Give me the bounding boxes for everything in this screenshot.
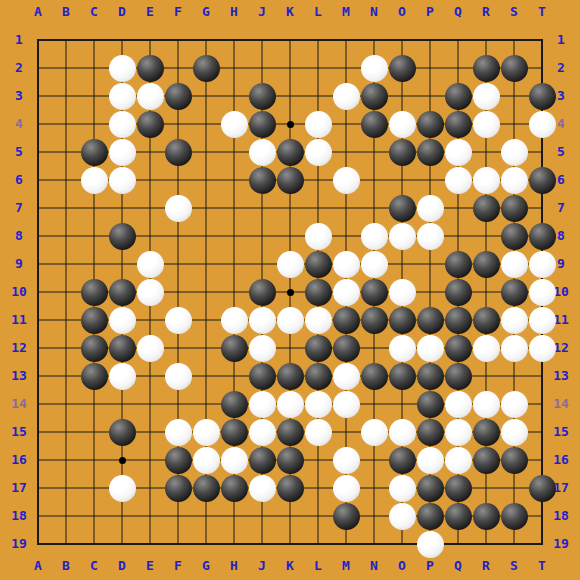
col-label-top-E: E bbox=[136, 2, 164, 22]
white-stone-L14 bbox=[305, 391, 332, 418]
white-stone-T9 bbox=[529, 251, 556, 278]
black-stone-S18 bbox=[501, 503, 528, 530]
white-stone-O12 bbox=[389, 335, 416, 362]
black-stone-P14 bbox=[417, 391, 444, 418]
white-stone-S12 bbox=[501, 335, 528, 362]
white-stone-J5 bbox=[249, 139, 276, 166]
white-stone-K14 bbox=[277, 391, 304, 418]
row-label-left-3: 3 bbox=[4, 86, 34, 106]
row-label-left-10: 10 bbox=[4, 282, 34, 302]
white-stone-D11 bbox=[109, 307, 136, 334]
white-stone-Q5 bbox=[445, 139, 472, 166]
white-stone-D17 bbox=[109, 475, 136, 502]
white-stone-S6 bbox=[501, 167, 528, 194]
row-label-left-8: 8 bbox=[4, 226, 34, 246]
black-stone-P5 bbox=[417, 139, 444, 166]
black-stone-N10 bbox=[361, 279, 388, 306]
col-label-bottom-T: T bbox=[528, 556, 556, 576]
col-label-bottom-M: M bbox=[332, 556, 360, 576]
white-stone-P19 bbox=[417, 531, 444, 558]
white-stone-N2 bbox=[361, 55, 388, 82]
row-label-left-14: 14 bbox=[4, 394, 34, 414]
row-label-right-1: 1 bbox=[546, 30, 576, 50]
black-stone-J13 bbox=[249, 363, 276, 390]
white-stone-R4 bbox=[473, 111, 500, 138]
star-point-K4 bbox=[287, 121, 294, 128]
col-label-top-B: B bbox=[52, 2, 80, 22]
row-label-left-13: 13 bbox=[4, 366, 34, 386]
row-label-left-18: 18 bbox=[4, 506, 34, 526]
col-label-bottom-G: G bbox=[192, 556, 220, 576]
black-stone-Q13 bbox=[445, 363, 472, 390]
black-stone-F3 bbox=[165, 83, 192, 110]
white-stone-L4 bbox=[305, 111, 332, 138]
black-stone-Q17 bbox=[445, 475, 472, 502]
white-stone-G16 bbox=[193, 447, 220, 474]
black-stone-F5 bbox=[165, 139, 192, 166]
white-stone-N9 bbox=[361, 251, 388, 278]
row-label-right-15: 15 bbox=[546, 422, 576, 442]
black-stone-K6 bbox=[277, 167, 304, 194]
black-stone-M12 bbox=[333, 335, 360, 362]
row-label-left-16: 16 bbox=[4, 450, 34, 470]
go-board[interactable]: AABBCCDDEEFFGGHHJJKKLLMMNNOOPPQQRRSSTT11… bbox=[0, 0, 580, 580]
white-stone-E9 bbox=[137, 251, 164, 278]
col-label-bottom-E: E bbox=[136, 556, 164, 576]
white-stone-Q15 bbox=[445, 419, 472, 446]
white-stone-T4 bbox=[529, 111, 556, 138]
black-stone-C12 bbox=[81, 335, 108, 362]
white-stone-N15 bbox=[361, 419, 388, 446]
col-label-bottom-F: F bbox=[164, 556, 192, 576]
white-stone-O17 bbox=[389, 475, 416, 502]
black-stone-J10 bbox=[249, 279, 276, 306]
white-stone-N8 bbox=[361, 223, 388, 250]
black-stone-S8 bbox=[501, 223, 528, 250]
black-stone-J4 bbox=[249, 111, 276, 138]
col-label-bottom-B: B bbox=[52, 556, 80, 576]
black-stone-E2 bbox=[137, 55, 164, 82]
black-stone-T6 bbox=[529, 167, 556, 194]
black-stone-T3 bbox=[529, 83, 556, 110]
black-stone-M18 bbox=[333, 503, 360, 530]
white-stone-G15 bbox=[193, 419, 220, 446]
black-stone-C10 bbox=[81, 279, 108, 306]
white-stone-P7 bbox=[417, 195, 444, 222]
black-stone-F16 bbox=[165, 447, 192, 474]
black-stone-M11 bbox=[333, 307, 360, 334]
row-label-left-5: 5 bbox=[4, 142, 34, 162]
row-label-left-9: 9 bbox=[4, 254, 34, 274]
col-label-top-L: L bbox=[304, 2, 332, 22]
white-stone-L5 bbox=[305, 139, 332, 166]
white-stone-M3 bbox=[333, 83, 360, 110]
white-stone-F11 bbox=[165, 307, 192, 334]
black-stone-R9 bbox=[473, 251, 500, 278]
col-label-top-R: R bbox=[472, 2, 500, 22]
white-stone-J15 bbox=[249, 419, 276, 446]
white-stone-P8 bbox=[417, 223, 444, 250]
black-stone-K13 bbox=[277, 363, 304, 390]
black-stone-G17 bbox=[193, 475, 220, 502]
white-stone-Q14 bbox=[445, 391, 472, 418]
black-stone-J6 bbox=[249, 167, 276, 194]
row-label-left-6: 6 bbox=[4, 170, 34, 190]
black-stone-O13 bbox=[389, 363, 416, 390]
white-stone-E10 bbox=[137, 279, 164, 306]
black-stone-D15 bbox=[109, 419, 136, 446]
row-label-left-2: 2 bbox=[4, 58, 34, 78]
white-stone-D5 bbox=[109, 139, 136, 166]
white-stone-H16 bbox=[221, 447, 248, 474]
black-stone-O7 bbox=[389, 195, 416, 222]
white-stone-O10 bbox=[389, 279, 416, 306]
star-point-K10 bbox=[287, 289, 294, 296]
white-stone-S11 bbox=[501, 307, 528, 334]
col-label-top-A: A bbox=[24, 2, 52, 22]
col-label-bottom-J: J bbox=[248, 556, 276, 576]
black-stone-L9 bbox=[305, 251, 332, 278]
black-stone-Q4 bbox=[445, 111, 472, 138]
black-stone-G2 bbox=[193, 55, 220, 82]
white-stone-L11 bbox=[305, 307, 332, 334]
col-label-bottom-C: C bbox=[80, 556, 108, 576]
black-stone-Q3 bbox=[445, 83, 472, 110]
black-stone-O11 bbox=[389, 307, 416, 334]
black-stone-P13 bbox=[417, 363, 444, 390]
col-label-bottom-N: N bbox=[360, 556, 388, 576]
black-stone-L10 bbox=[305, 279, 332, 306]
row-label-left-19: 19 bbox=[4, 534, 34, 554]
col-label-top-P: P bbox=[416, 2, 444, 22]
black-stone-D10 bbox=[109, 279, 136, 306]
black-stone-N3 bbox=[361, 83, 388, 110]
black-stone-P11 bbox=[417, 307, 444, 334]
black-stone-D12 bbox=[109, 335, 136, 362]
white-stone-D2 bbox=[109, 55, 136, 82]
white-stone-S14 bbox=[501, 391, 528, 418]
col-label-top-Q: Q bbox=[444, 2, 472, 22]
go-board-screenshot: AABBCCDDEEFFGGHHJJKKLLMMNNOOPPQQRRSSTT11… bbox=[0, 0, 580, 580]
black-stone-H17 bbox=[221, 475, 248, 502]
white-stone-F7 bbox=[165, 195, 192, 222]
white-stone-S5 bbox=[501, 139, 528, 166]
black-stone-E4 bbox=[137, 111, 164, 138]
black-stone-O5 bbox=[389, 139, 416, 166]
black-stone-K5 bbox=[277, 139, 304, 166]
white-stone-M10 bbox=[333, 279, 360, 306]
col-label-top-K: K bbox=[276, 2, 304, 22]
black-stone-N11 bbox=[361, 307, 388, 334]
col-label-top-O: O bbox=[388, 2, 416, 22]
col-label-bottom-P: P bbox=[416, 556, 444, 576]
black-stone-O16 bbox=[389, 447, 416, 474]
white-stone-E12 bbox=[137, 335, 164, 362]
black-stone-D8 bbox=[109, 223, 136, 250]
black-stone-R15 bbox=[473, 419, 500, 446]
black-stone-P18 bbox=[417, 503, 444, 530]
col-label-bottom-D: D bbox=[108, 556, 136, 576]
row-label-right-14: 14 bbox=[546, 394, 576, 414]
col-label-top-T: T bbox=[528, 2, 556, 22]
black-stone-J3 bbox=[249, 83, 276, 110]
white-stone-S15 bbox=[501, 419, 528, 446]
black-stone-K15 bbox=[277, 419, 304, 446]
white-stone-J17 bbox=[249, 475, 276, 502]
black-stone-R18 bbox=[473, 503, 500, 530]
black-stone-N4 bbox=[361, 111, 388, 138]
row-label-left-1: 1 bbox=[4, 30, 34, 50]
white-stone-M17 bbox=[333, 475, 360, 502]
black-stone-Q9 bbox=[445, 251, 472, 278]
white-stone-J11 bbox=[249, 307, 276, 334]
white-stone-O8 bbox=[389, 223, 416, 250]
col-label-top-M: M bbox=[332, 2, 360, 22]
row-label-left-12: 12 bbox=[4, 338, 34, 358]
black-stone-N13 bbox=[361, 363, 388, 390]
black-stone-S10 bbox=[501, 279, 528, 306]
col-label-top-S: S bbox=[500, 2, 528, 22]
col-label-bottom-K: K bbox=[276, 556, 304, 576]
white-stone-M16 bbox=[333, 447, 360, 474]
row-label-right-16: 16 bbox=[546, 450, 576, 470]
black-stone-R11 bbox=[473, 307, 500, 334]
black-stone-S7 bbox=[501, 195, 528, 222]
row-label-left-15: 15 bbox=[4, 422, 34, 442]
black-stone-O2 bbox=[389, 55, 416, 82]
black-stone-R16 bbox=[473, 447, 500, 474]
row-label-right-2: 2 bbox=[546, 58, 576, 78]
white-stone-J12 bbox=[249, 335, 276, 362]
white-stone-M14 bbox=[333, 391, 360, 418]
row-label-right-13: 13 bbox=[546, 366, 576, 386]
col-label-bottom-Q: Q bbox=[444, 556, 472, 576]
white-stone-P16 bbox=[417, 447, 444, 474]
black-stone-C11 bbox=[81, 307, 108, 334]
black-stone-Q12 bbox=[445, 335, 472, 362]
black-stone-C5 bbox=[81, 139, 108, 166]
black-stone-J16 bbox=[249, 447, 276, 474]
star-point-D16 bbox=[119, 457, 126, 464]
white-stone-M6 bbox=[333, 167, 360, 194]
row-label-right-19: 19 bbox=[546, 534, 576, 554]
white-stone-M9 bbox=[333, 251, 360, 278]
col-label-top-G: G bbox=[192, 2, 220, 22]
black-stone-H12 bbox=[221, 335, 248, 362]
black-stone-P4 bbox=[417, 111, 444, 138]
white-stone-S9 bbox=[501, 251, 528, 278]
row-label-left-11: 11 bbox=[4, 310, 34, 330]
black-stone-S16 bbox=[501, 447, 528, 474]
white-stone-L8 bbox=[305, 223, 332, 250]
white-stone-D6 bbox=[109, 167, 136, 194]
black-stone-S2 bbox=[501, 55, 528, 82]
white-stone-D4 bbox=[109, 111, 136, 138]
white-stone-R6 bbox=[473, 167, 500, 194]
white-stone-R12 bbox=[473, 335, 500, 362]
col-label-top-C: C bbox=[80, 2, 108, 22]
col-label-bottom-S: S bbox=[500, 556, 528, 576]
row-label-right-18: 18 bbox=[546, 506, 576, 526]
white-stone-T12 bbox=[529, 335, 556, 362]
white-stone-M13 bbox=[333, 363, 360, 390]
col-label-top-J: J bbox=[248, 2, 276, 22]
white-stone-D13 bbox=[109, 363, 136, 390]
white-stone-O15 bbox=[389, 419, 416, 446]
white-stone-O4 bbox=[389, 111, 416, 138]
black-stone-H15 bbox=[221, 419, 248, 446]
black-stone-Q18 bbox=[445, 503, 472, 530]
white-stone-R3 bbox=[473, 83, 500, 110]
white-stone-K9 bbox=[277, 251, 304, 278]
white-stone-T10 bbox=[529, 279, 556, 306]
row-label-right-7: 7 bbox=[546, 198, 576, 218]
col-label-top-F: F bbox=[164, 2, 192, 22]
col-label-bottom-O: O bbox=[388, 556, 416, 576]
black-stone-P15 bbox=[417, 419, 444, 446]
white-stone-F15 bbox=[165, 419, 192, 446]
col-label-top-H: H bbox=[220, 2, 248, 22]
white-stone-O18 bbox=[389, 503, 416, 530]
col-label-top-N: N bbox=[360, 2, 388, 22]
col-label-bottom-R: R bbox=[472, 556, 500, 576]
white-stone-K11 bbox=[277, 307, 304, 334]
white-stone-D3 bbox=[109, 83, 136, 110]
row-label-left-7: 7 bbox=[4, 198, 34, 218]
white-stone-C6 bbox=[81, 167, 108, 194]
black-stone-K17 bbox=[277, 475, 304, 502]
black-stone-T17 bbox=[529, 475, 556, 502]
col-label-bottom-A: A bbox=[24, 556, 52, 576]
black-stone-H14 bbox=[221, 391, 248, 418]
white-stone-L15 bbox=[305, 419, 332, 446]
black-stone-R2 bbox=[473, 55, 500, 82]
col-label-bottom-L: L bbox=[304, 556, 332, 576]
white-stone-Q16 bbox=[445, 447, 472, 474]
row-label-left-17: 17 bbox=[4, 478, 34, 498]
black-stone-C13 bbox=[81, 363, 108, 390]
white-stone-H11 bbox=[221, 307, 248, 334]
black-stone-P17 bbox=[417, 475, 444, 502]
white-stone-T11 bbox=[529, 307, 556, 334]
white-stone-E3 bbox=[137, 83, 164, 110]
row-label-right-5: 5 bbox=[546, 142, 576, 162]
black-stone-R7 bbox=[473, 195, 500, 222]
white-stone-Q6 bbox=[445, 167, 472, 194]
black-stone-Q10 bbox=[445, 279, 472, 306]
col-label-top-D: D bbox=[108, 2, 136, 22]
col-label-bottom-H: H bbox=[220, 556, 248, 576]
black-stone-F17 bbox=[165, 475, 192, 502]
white-stone-H4 bbox=[221, 111, 248, 138]
white-stone-P12 bbox=[417, 335, 444, 362]
row-label-left-4: 4 bbox=[4, 114, 34, 134]
white-stone-R14 bbox=[473, 391, 500, 418]
white-stone-F13 bbox=[165, 363, 192, 390]
black-stone-L13 bbox=[305, 363, 332, 390]
black-stone-L12 bbox=[305, 335, 332, 362]
black-stone-Q11 bbox=[445, 307, 472, 334]
black-stone-T8 bbox=[529, 223, 556, 250]
black-stone-K16 bbox=[277, 447, 304, 474]
white-stone-J14 bbox=[249, 391, 276, 418]
